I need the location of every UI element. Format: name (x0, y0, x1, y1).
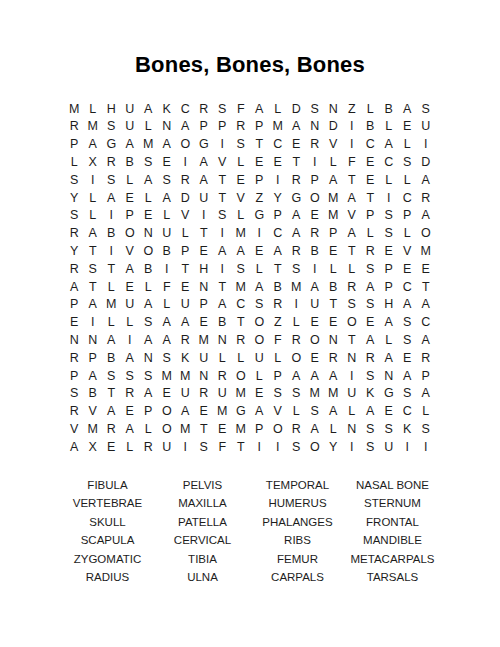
grid-cell: E (398, 349, 417, 367)
grid-cell: A (84, 367, 103, 385)
grid-cell: V (213, 153, 232, 171)
word-item: MANDIBLE (345, 531, 440, 549)
grid-cell: G (102, 136, 121, 154)
grid-cell: I (343, 367, 362, 385)
word-item: STERNUM (345, 494, 440, 512)
grid-cell: G (195, 136, 214, 154)
grid-cell: E (380, 242, 399, 260)
grid-cell: L (361, 225, 380, 243)
grid-cell: A (250, 100, 269, 118)
grid-cell: T (287, 153, 306, 171)
grid-cell: F (213, 438, 232, 456)
grid-cell: R (417, 349, 436, 367)
grid-cell: B (380, 100, 399, 118)
grid-cell: M (324, 207, 343, 225)
grid-cell: E (195, 242, 214, 260)
grid-cell: L (84, 100, 103, 118)
grid-cell: S (398, 385, 417, 403)
grid-cell: I (176, 153, 195, 171)
grid-cell: E (250, 385, 269, 403)
word-search-grid: MLHUAKCRSFALDSNZLBASRMSULNAPPRPMANDIBLEU… (65, 100, 435, 456)
grid-cell: A (287, 207, 306, 225)
grid-cell: T (232, 438, 251, 456)
grid-cell: A (398, 100, 417, 118)
grid-cell: E (121, 189, 140, 207)
grid-cell: K (361, 385, 380, 403)
grid-cell: I (213, 225, 232, 243)
grid-cell: I (269, 171, 288, 189)
grid-cell: T (84, 242, 103, 260)
grid-cell: I (269, 438, 288, 456)
grid-cell: P (306, 171, 325, 189)
grid-cell: P (380, 278, 399, 296)
grid-cell: S (269, 385, 288, 403)
grid-cell: C (361, 136, 380, 154)
grid-cell: R (287, 420, 306, 438)
grid-cell: A (417, 385, 436, 403)
grid-cell: A (250, 403, 269, 421)
grid-cell: L (121, 171, 140, 189)
grid-cell: O (176, 136, 195, 154)
grid-cell: S (158, 171, 177, 189)
grid-cell: P (65, 136, 84, 154)
grid-cell: S (306, 100, 325, 118)
grid-cell: M (84, 420, 103, 438)
grid-cell: R (361, 242, 380, 260)
grid-cell: E (417, 260, 436, 278)
grid-cell: M (306, 385, 325, 403)
grid-cell: P (417, 367, 436, 385)
grid-cell: A (324, 171, 343, 189)
grid-cell: M (232, 385, 251, 403)
grid-cell: S (361, 260, 380, 278)
grid-cell: V (176, 207, 195, 225)
grid-cell: A (195, 171, 214, 189)
grid-cell: A (139, 331, 158, 349)
grid-cell: P (176, 242, 195, 260)
grid-cell: V (398, 242, 417, 260)
grid-cell: E (398, 260, 417, 278)
grid-cell: P (139, 403, 158, 421)
grid-cell: A (306, 367, 325, 385)
grid-cell: R (232, 331, 251, 349)
grid-cell: A (102, 331, 121, 349)
grid-cell: I (195, 207, 214, 225)
grid-cell: P (195, 296, 214, 314)
grid-cell: D (324, 118, 343, 136)
grid-cell: L (232, 153, 251, 171)
grid-cell: A (65, 278, 84, 296)
grid-cell: O (269, 420, 288, 438)
grid-cell: L (380, 331, 399, 349)
grid-cell: I (84, 314, 103, 332)
grid-cell: I (417, 438, 436, 456)
grid-cell: L (398, 136, 417, 154)
grid-cell: A (417, 296, 436, 314)
grid-cell: U (250, 349, 269, 367)
grid-cell: E (324, 314, 343, 332)
grid-cell: A (121, 420, 140, 438)
grid-cell: I (158, 260, 177, 278)
grid-cell: S (417, 420, 436, 438)
grid-cell: S (287, 385, 306, 403)
grid-cell: T (213, 278, 232, 296)
grid-cell: R (324, 349, 343, 367)
grid-cell: M (195, 331, 214, 349)
grid-cell: I (176, 438, 195, 456)
grid-cell: E (121, 278, 140, 296)
grid-cell: G (250, 207, 269, 225)
grid-cell: M (102, 296, 121, 314)
grid-cell: A (176, 403, 195, 421)
grid-cell: O (250, 314, 269, 332)
grid-cell: L (380, 118, 399, 136)
grid-cell: T (417, 278, 436, 296)
grid-cell: R (65, 349, 84, 367)
grid-cell: T (195, 420, 214, 438)
grid-cell: E (213, 420, 232, 438)
grid-cell: L (158, 207, 177, 225)
grid-cell: L (102, 314, 121, 332)
grid-cell: Y (65, 189, 84, 207)
grid-cell: P (84, 349, 103, 367)
grid-cell: S (195, 438, 214, 456)
grid-cell: N (343, 349, 362, 367)
grid-cell: N (213, 331, 232, 349)
grid-cell: P (361, 207, 380, 225)
grid-cell: E (287, 136, 306, 154)
grid-cell: L (324, 153, 343, 171)
grid-cell: P (195, 118, 214, 136)
grid-cell: S (65, 171, 84, 189)
word-list: FIBULAVERTEBRAESKULLSCAPULAZYGOMATICRADI… (60, 476, 440, 586)
grid-cell: O (232, 367, 251, 385)
grid-cell: U (195, 349, 214, 367)
grid-cell: T (343, 242, 362, 260)
word-item: CERVICAL (155, 531, 250, 549)
grid-cell: M (158, 367, 177, 385)
grid-cell: M (232, 225, 251, 243)
grid-cell: P (65, 296, 84, 314)
grid-cell: A (398, 367, 417, 385)
grid-cell: S (139, 314, 158, 332)
grid-cell: L (102, 278, 121, 296)
grid-cell: V (121, 242, 140, 260)
grid-cell: L (121, 314, 140, 332)
word-item: CARPALS (250, 568, 345, 586)
grid-cell: N (380, 367, 399, 385)
grid-cell: I (306, 260, 325, 278)
grid-cell: T (102, 260, 121, 278)
grid-cell: E (250, 153, 269, 171)
grid-cell: O (287, 349, 306, 367)
grid-cell: L (139, 278, 158, 296)
grid-cell: V (84, 403, 103, 421)
grid-cell: G (380, 385, 399, 403)
grid-cell: S (361, 367, 380, 385)
grid-cell: N (139, 225, 158, 243)
grid-cell: A (343, 225, 362, 243)
word-list-column: PELVISMAXILLAPATELLACERVICALTIBIAULNA (155, 476, 250, 586)
grid-cell: E (324, 242, 343, 260)
grid-cell: A (306, 420, 325, 438)
grid-cell: D (417, 153, 436, 171)
grid-cell: R (176, 331, 195, 349)
grid-cell: N (158, 118, 177, 136)
grid-cell: A (102, 189, 121, 207)
grid-cell: U (306, 296, 325, 314)
grid-cell: C (269, 225, 288, 243)
grid-cell: C (398, 189, 417, 207)
grid-cell: A (343, 189, 362, 207)
word-item: FEMUR (250, 550, 345, 568)
grid-cell: E (306, 207, 325, 225)
grid-cell: L (417, 403, 436, 421)
grid-cell: A (139, 296, 158, 314)
grid-cell: I (250, 438, 269, 456)
grid-cell: R (306, 136, 325, 154)
grid-cell: A (361, 278, 380, 296)
grid-cell: S (65, 207, 84, 225)
grid-cell: U (176, 296, 195, 314)
grid-cell: S (361, 296, 380, 314)
word-item: PHALANGES (250, 513, 345, 531)
grid-cell: L (121, 438, 140, 456)
grid-cell: M (232, 278, 251, 296)
grid-cell: U (417, 118, 436, 136)
grid-cell: E (158, 153, 177, 171)
word-item: FIBULA (60, 476, 155, 494)
grid-cell: S (213, 207, 232, 225)
grid-cell: M (176, 367, 195, 385)
grid-cell: O (306, 331, 325, 349)
puzzle-page: Bones, Bones, Bones MLHUAKCRSFALDSNZLBAS… (0, 0, 500, 647)
grid-cell: P (65, 367, 84, 385)
grid-cell: C (232, 296, 251, 314)
grid-cell: L (176, 225, 195, 243)
grid-cell: S (417, 100, 436, 118)
grid-cell: S (361, 438, 380, 456)
grid-cell: T (84, 278, 103, 296)
grid-cell: F (158, 278, 177, 296)
grid-cell: E (121, 403, 140, 421)
grid-cell: Y (65, 242, 84, 260)
grid-cell: O (306, 438, 325, 456)
grid-cell: R (195, 385, 214, 403)
grid-cell: S (306, 403, 325, 421)
grid-cell: Z (250, 189, 269, 207)
grid-cell: I (287, 296, 306, 314)
grid-cell: S (158, 349, 177, 367)
grid-cell: N (195, 367, 214, 385)
grid-cell: S (232, 260, 251, 278)
grid-cell: N (195, 278, 214, 296)
grid-cell: L (84, 207, 103, 225)
grid-cell: B (269, 278, 288, 296)
grid-cell: A (102, 403, 121, 421)
grid-cell: P (121, 207, 140, 225)
word-item: VERTEBRAE (60, 494, 155, 512)
grid-cell: S (343, 296, 362, 314)
grid-cell: A (250, 278, 269, 296)
grid-cell: R (65, 118, 84, 136)
grid-cell: E (306, 349, 325, 367)
grid-cell: I (121, 331, 140, 349)
grid-cell: U (213, 385, 232, 403)
grid-cell: C (398, 403, 417, 421)
grid-cell: O (343, 314, 362, 332)
grid-cell: A (158, 314, 177, 332)
grid-cell: L (139, 189, 158, 207)
grid-cell: L (65, 153, 84, 171)
word-item: METACARPALS (345, 550, 440, 568)
grid-cell: B (102, 225, 121, 243)
grid-cell: P (269, 367, 288, 385)
grid-cell: L (324, 260, 343, 278)
grid-cell: S (121, 367, 140, 385)
grid-cell: L (380, 171, 399, 189)
grid-cell: A (158, 189, 177, 207)
grid-cell: U (343, 385, 362, 403)
grid-cell: I (380, 189, 399, 207)
grid-cell: P (398, 207, 417, 225)
grid-cell: U (176, 385, 195, 403)
grid-cell: S (84, 260, 103, 278)
grid-cell: T (213, 171, 232, 189)
grid-cell: I (213, 260, 232, 278)
grid-cell: B (84, 385, 103, 403)
grid-cell: R (121, 385, 140, 403)
grid-cell: U (121, 118, 140, 136)
word-item: SCAPULA (60, 531, 155, 549)
word-item: TIBIA (155, 550, 250, 568)
grid-cell: S (102, 118, 121, 136)
grid-cell: S (213, 100, 232, 118)
grid-cell: I (102, 242, 121, 260)
grid-cell: K (158, 100, 177, 118)
word-item: TARSALS (345, 568, 440, 586)
grid-cell: A (139, 385, 158, 403)
grid-cell: S (65, 385, 84, 403)
grid-cell: V (232, 189, 251, 207)
grid-cell: A (139, 100, 158, 118)
grid-cell: E (232, 171, 251, 189)
grid-cell: A (417, 171, 436, 189)
grid-cell: S (250, 296, 269, 314)
grid-cell: P (380, 260, 399, 278)
grid-cell: I (417, 136, 436, 154)
grid-cell: B (306, 242, 325, 260)
grid-cell: M (287, 278, 306, 296)
word-item: TEMPORAL (250, 476, 345, 494)
grid-cell: E (361, 314, 380, 332)
grid-cell: E (195, 314, 214, 332)
grid-cell: D (176, 189, 195, 207)
grid-cell: T (195, 225, 214, 243)
grid-cell: E (398, 118, 417, 136)
word-item: ZYGOMATIC (60, 550, 155, 568)
grid-cell: R (287, 242, 306, 260)
grid-cell: Y (269, 189, 288, 207)
grid-cell: N (65, 331, 84, 349)
word-item: NASAL BONE (345, 476, 440, 494)
grid-cell: O (121, 225, 140, 243)
grid-cell: G (287, 189, 306, 207)
grid-cell: L (343, 260, 362, 278)
grid-cell: A (213, 296, 232, 314)
grid-cell: E (306, 314, 325, 332)
grid-cell: U (380, 438, 399, 456)
grid-cell: A (398, 296, 417, 314)
grid-cell: I (250, 225, 269, 243)
grid-cell: A (287, 367, 306, 385)
grid-cell: A (417, 331, 436, 349)
grid-cell: R (343, 278, 362, 296)
grid-cell: L (269, 100, 288, 118)
grid-cell: P (250, 420, 269, 438)
grid-cell: P (269, 207, 288, 225)
puzzle-title: Bones, Bones, Bones (0, 0, 500, 78)
grid-cell: L (84, 189, 103, 207)
grid-cell: E (361, 153, 380, 171)
grid-cell: S (380, 420, 399, 438)
grid-cell: M (84, 118, 103, 136)
grid-cell: E (250, 242, 269, 260)
grid-cell: A (65, 438, 84, 456)
grid-cell: A (176, 118, 195, 136)
grid-cell: N (84, 331, 103, 349)
grid-cell: N (343, 420, 362, 438)
grid-cell: M (213, 403, 232, 421)
grid-cell: A (84, 225, 103, 243)
grid-cell: D (287, 100, 306, 118)
grid-cell: B (102, 349, 121, 367)
grid-cell: N (324, 100, 343, 118)
grid-cell: O (139, 242, 158, 260)
grid-cell: A (195, 153, 214, 171)
grid-cell: R (102, 420, 121, 438)
word-list-column: FIBULAVERTEBRAESKULLSCAPULAZYGOMATICRADI… (60, 476, 155, 586)
grid-cell: L (324, 420, 343, 438)
grid-cell: O (158, 420, 177, 438)
grid-cell: I (213, 136, 232, 154)
grid-cell: P (324, 225, 343, 243)
grid-cell: T (361, 189, 380, 207)
grid-cell: B (324, 278, 343, 296)
grid-cell: C (176, 100, 195, 118)
grid-cell: O (250, 331, 269, 349)
grid-cell: T (343, 331, 362, 349)
grid-cell: R (417, 189, 436, 207)
grid-cell: I (343, 136, 362, 154)
grid-cell: S (102, 367, 121, 385)
grid-cell: F (269, 331, 288, 349)
grid-cell: H (102, 100, 121, 118)
grid-cell: E (380, 403, 399, 421)
grid-cell: L (139, 118, 158, 136)
grid-cell: R (287, 331, 306, 349)
grid-cell: U (121, 296, 140, 314)
grid-cell: V (343, 207, 362, 225)
grid-cell: S (398, 331, 417, 349)
grid-cell: A (121, 136, 140, 154)
grid-cell: L (232, 207, 251, 225)
grid-cell: A (84, 136, 103, 154)
grid-cell: L (139, 420, 158, 438)
grid-cell: I (306, 153, 325, 171)
grid-cell: E (269, 153, 288, 171)
grid-cell: L (398, 171, 417, 189)
